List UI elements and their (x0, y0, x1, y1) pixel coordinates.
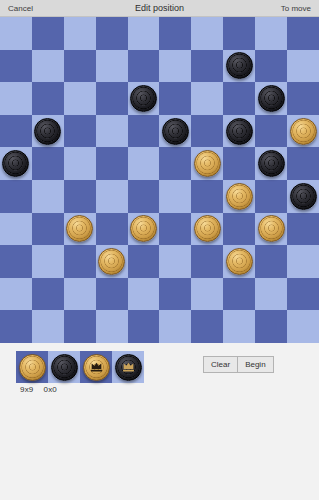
piece-counts: 9x90x0 (20, 385, 67, 394)
board-cell[interactable] (255, 180, 287, 213)
board-cell[interactable] (223, 245, 255, 278)
board-cell[interactable] (287, 180, 319, 213)
black-man-piece (258, 150, 285, 177)
white-man-piece (194, 150, 221, 177)
cancel-button[interactable]: Cancel (8, 4, 33, 13)
black-man-piece (226, 118, 253, 145)
board-cell[interactable] (0, 310, 32, 343)
board-cell[interactable] (191, 147, 223, 180)
board-cell[interactable] (159, 278, 191, 311)
board-cell[interactable] (159, 180, 191, 213)
board-cell[interactable] (0, 50, 32, 83)
board-cell[interactable] (255, 115, 287, 148)
board-cell[interactable] (223, 180, 255, 213)
board-cell[interactable] (64, 213, 96, 246)
board-cell[interactable] (128, 17, 160, 50)
board-cell[interactable] (96, 17, 128, 50)
board-cell[interactable] (255, 310, 287, 343)
palette-white-king[interactable] (80, 351, 112, 383)
board-cell[interactable] (96, 147, 128, 180)
white-man-piece (130, 215, 157, 242)
board-cell[interactable] (32, 50, 64, 83)
board-cell[interactable] (191, 180, 223, 213)
white-man-piece (194, 215, 221, 242)
board-cell[interactable] (96, 82, 128, 115)
board-cell[interactable] (287, 310, 319, 343)
board-cell[interactable] (32, 213, 64, 246)
board-cell[interactable] (96, 310, 128, 343)
board-cell[interactable] (159, 17, 191, 50)
board-cell[interactable] (191, 115, 223, 148)
board-cell[interactable] (128, 278, 160, 311)
board-cell[interactable] (223, 115, 255, 148)
black-man-piece (162, 118, 189, 145)
board-cell[interactable] (32, 115, 64, 148)
board-cell[interactable] (287, 245, 319, 278)
board-cell[interactable] (0, 82, 32, 115)
board-cell[interactable] (64, 50, 96, 83)
white-man-piece (66, 215, 93, 242)
board-cell[interactable] (128, 147, 160, 180)
board-cell[interactable] (128, 180, 160, 213)
clear-button[interactable]: Clear (203, 356, 238, 373)
checkers-board (0, 17, 319, 343)
board-cell[interactable] (0, 180, 32, 213)
black-man-piece (258, 85, 285, 112)
board-cell[interactable] (64, 180, 96, 213)
black-king-piece (115, 354, 142, 381)
board-cell[interactable] (255, 278, 287, 311)
white-man-piece (98, 248, 125, 275)
board-cell[interactable] (255, 213, 287, 246)
board-cell[interactable] (159, 115, 191, 148)
board-cell[interactable] (159, 245, 191, 278)
board-cell[interactable] (223, 82, 255, 115)
board-cell[interactable] (223, 17, 255, 50)
board-cell[interactable] (287, 115, 319, 148)
board-cell[interactable] (96, 245, 128, 278)
board-cell[interactable] (32, 82, 64, 115)
board-cell[interactable] (159, 213, 191, 246)
top-bar: Cancel Edit position To move (0, 0, 319, 17)
board-cell[interactable] (223, 213, 255, 246)
board-cell[interactable] (255, 50, 287, 83)
board-cell[interactable] (0, 278, 32, 311)
board-cell[interactable] (191, 245, 223, 278)
board-cell[interactable] (64, 278, 96, 311)
black-man-piece (34, 118, 61, 145)
palette-black-man[interactable] (48, 351, 80, 383)
board-cell[interactable] (0, 17, 32, 50)
board-cell[interactable] (96, 278, 128, 311)
board-cell[interactable] (191, 17, 223, 50)
white-king-piece (83, 354, 110, 381)
crown-icon (122, 362, 135, 372)
white-man-piece (226, 248, 253, 275)
black-man-piece (51, 354, 78, 381)
board-cell[interactable] (0, 115, 32, 148)
board-cell[interactable] (32, 310, 64, 343)
board-cell[interactable] (128, 50, 160, 83)
board-cell[interactable] (64, 310, 96, 343)
board-cell[interactable] (191, 278, 223, 311)
board-cell[interactable] (255, 147, 287, 180)
black-man-piece (130, 85, 157, 112)
board-cell[interactable] (287, 213, 319, 246)
board-cell[interactable] (159, 50, 191, 83)
black-man-piece (226, 52, 253, 79)
board-cell[interactable] (128, 245, 160, 278)
board-cell[interactable] (287, 50, 319, 83)
board-cell[interactable] (32, 245, 64, 278)
crown-icon (90, 362, 103, 372)
board-cell[interactable] (64, 82, 96, 115)
white-man-piece (19, 354, 46, 381)
board-cell[interactable] (159, 147, 191, 180)
button-group: Clear Begin (203, 356, 274, 373)
board-cell[interactable] (287, 17, 319, 50)
board-cell[interactable] (223, 50, 255, 83)
board-cell[interactable] (32, 147, 64, 180)
board-cell[interactable] (159, 82, 191, 115)
to-move-button[interactable]: To move (281, 4, 311, 13)
white-man-piece (290, 118, 317, 145)
board-cell[interactable] (96, 50, 128, 83)
page-title: Edit position (0, 3, 319, 13)
palette-black-king[interactable] (112, 351, 144, 383)
board-cell[interactable] (96, 115, 128, 148)
board-cell[interactable] (64, 115, 96, 148)
begin-button[interactable]: Begin (238, 356, 273, 373)
board-cell[interactable] (64, 147, 96, 180)
board-cell[interactable] (32, 278, 64, 311)
board-cell[interactable] (128, 213, 160, 246)
white-man-piece (258, 215, 285, 242)
board-cell[interactable] (255, 245, 287, 278)
black-man-piece (2, 150, 29, 177)
board-cell[interactable] (96, 180, 128, 213)
board-cell[interactable] (0, 245, 32, 278)
board-cell[interactable] (159, 310, 191, 343)
board-cell[interactable] (64, 17, 96, 50)
board-cell[interactable] (64, 245, 96, 278)
board-cell[interactable] (191, 310, 223, 343)
board-cell[interactable] (287, 82, 319, 115)
white-man-piece (226, 183, 253, 210)
screen: Cancel Edit position To move 9x90x0 Clea… (0, 0, 319, 500)
board-cell[interactable] (255, 82, 287, 115)
board-cell[interactable] (191, 50, 223, 83)
kings-count-label: 0x0 (44, 385, 58, 394)
board-cell[interactable] (128, 82, 160, 115)
board-cell[interactable] (255, 17, 287, 50)
board-cell[interactable] (223, 278, 255, 311)
board-cell[interactable] (191, 213, 223, 246)
board-cell[interactable] (287, 278, 319, 311)
board-cell[interactable] (191, 82, 223, 115)
board-cell[interactable] (223, 310, 255, 343)
black-man-piece (290, 183, 317, 210)
men-count-label: 9x9 (20, 385, 34, 394)
board-cell[interactable] (96, 213, 128, 246)
board-cell[interactable] (128, 310, 160, 343)
bottom-panel: 9x90x0 Clear Begin (0, 343, 319, 500)
board-cell[interactable] (32, 17, 64, 50)
palette-white-man[interactable] (16, 351, 48, 383)
board-cell[interactable] (0, 213, 32, 246)
board-cell[interactable] (0, 147, 32, 180)
board-cell[interactable] (128, 115, 160, 148)
piece-palette (16, 351, 144, 383)
board-cell[interactable] (287, 147, 319, 180)
board-cell[interactable] (223, 147, 255, 180)
board-cell[interactable] (32, 180, 64, 213)
